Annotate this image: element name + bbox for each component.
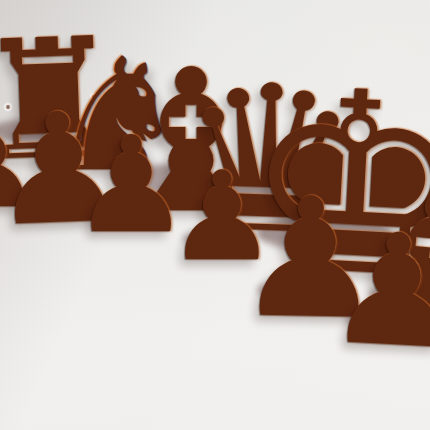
shadow-pawn-e2: [347, 310, 414, 329]
chess-photo-stage: ♟♜♞♝♛♚♝♟♟♟♟♟: [0, 0, 430, 430]
shadow-pawn-c2: [183, 231, 236, 246]
frame-coordinate-mark-1: [90, 93, 99, 102]
chess-board: [0, 0, 430, 430]
frame-coordinate-mark-2: [149, 108, 158, 117]
shadow-pawn-d2: [257, 280, 328, 301]
shadow-king-e1: [257, 214, 391, 253]
frame-coordinate-mark-3: [297, 158, 306, 167]
shadow-pawn-a2: [10, 188, 76, 207]
shadow-knight-b1: [59, 133, 138, 156]
frame-coordinate-mark-4: [376, 180, 385, 189]
shadow-pawn-offboard-left: [0, 178, 1, 193]
frame-coordinate-mark-0: [4, 103, 13, 112]
shadow-queen-d1: [191, 183, 297, 214]
shadow-rook-a1: [0, 119, 70, 142]
shadow-pawn-b2: [88, 202, 146, 219]
shadow-bishop-f1: [368, 282, 430, 308]
